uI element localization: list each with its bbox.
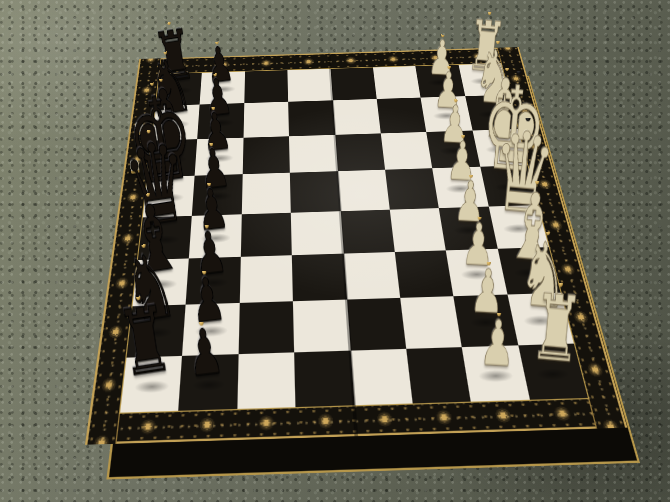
square-h4 [330, 67, 376, 100]
square-e4 [337, 170, 389, 211]
square-h7 [200, 71, 245, 104]
square-h6 [244, 70, 288, 103]
square-g2 [421, 96, 472, 131]
square-f4 [335, 133, 385, 171]
piece-white-pawn: ♟ [478, 312, 516, 377]
square-e6 [242, 173, 291, 214]
square-f7 [195, 138, 243, 176]
square-h2 [416, 65, 465, 98]
piece-white-rook: ♜ [528, 281, 586, 376]
square-g5 [288, 101, 335, 137]
square-e5 [290, 171, 340, 212]
square-h8 [156, 73, 202, 106]
chess-board: ♜♟♟♜♞♟♟♞♝♟♟♝♚♟♟♚♛♟♟♛♝♟♟♝♞♟♟♞♜♟♟♜ [85, 47, 628, 445]
square-g3 [377, 98, 427, 133]
square-g4 [332, 99, 380, 134]
square-h3 [373, 66, 421, 99]
square-f2 [426, 130, 480, 168]
square-f5 [289, 135, 337, 173]
square-h1 [458, 63, 509, 96]
photo-scene: ♜♟♟♜♞♟♟♞♝♟♟♝♚♟♟♚♛♟♟♛♝♟♟♝♞♟♟♞♜♟♟♜ [0, 0, 670, 502]
camera-tilt: ♜♟♟♜♞♟♟♞♝♟♟♝♚♟♟♚♛♟♟♛♝♟♟♝♞♟♟♞♜♟♟♜ [0, 0, 670, 502]
square-g7 [198, 103, 245, 139]
perspective-scene: ♜♟♟♜♞♟♟♞♝♟♟♝♚♟♟♚♛♟♟♛♝♟♟♝♞♟♟♞♜♟♟♜ [0, 0, 670, 502]
square-h5 [288, 69, 333, 102]
square-e3 [385, 168, 439, 209]
square-f3 [381, 132, 433, 170]
piece-black-pawn: ♟ [184, 320, 226, 386]
square-g6 [243, 102, 289, 138]
square-f6 [242, 136, 289, 174]
